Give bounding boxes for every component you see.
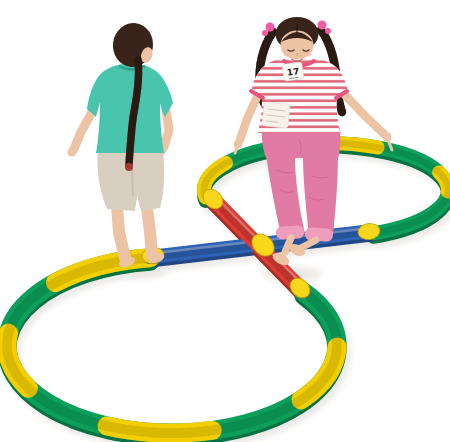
photo-stage: 17: [0, 0, 450, 442]
right-child-left-bobble: [266, 23, 275, 32]
left-child-right-leg: [147, 208, 152, 256]
right-child-left-hand: [234, 140, 243, 149]
right-child-left-cheek-blush: [284, 52, 289, 57]
left-child-left-hand: [68, 148, 77, 157]
right-child-pocket-card: [262, 102, 290, 129]
right-child-badge: 17: [282, 62, 304, 82]
right-child-left-bobble-2: [262, 30, 268, 36]
right-child-pants-right-leg: [303, 154, 338, 237]
balance-course-scene: 17: [0, 0, 450, 442]
right-child-nose: [297, 53, 298, 56]
right-child-right-cheek-blush: [307, 52, 312, 57]
right-child-right-bobble-2: [325, 28, 331, 34]
badge-number: 17: [286, 66, 300, 78]
right-child-pocket: [262, 102, 290, 129]
right-child-right-hand: [383, 133, 392, 142]
right-child-right-bobble: [318, 21, 327, 30]
left-child-hair-tie: [125, 163, 133, 171]
